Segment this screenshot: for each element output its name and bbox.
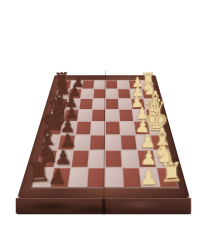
- board-cell: [106, 80, 117, 88]
- light-pawn-piece: ♟: [138, 167, 157, 188]
- board-cell: [106, 122, 120, 135]
- board-cell: ♟: [51, 168, 71, 187]
- board-cell: [118, 80, 130, 88]
- board-cell: [106, 151, 122, 167]
- light-rook-piece: ♜: [158, 160, 184, 187]
- board-cell: ♟: [140, 168, 159, 187]
- board-cell: [78, 110, 92, 121]
- chess-scene: ♜♟♟♜♞♟♟♞♝♟♟♝♛♟♟♛♚♟♟♚♝♟♟♝♞♟♟♞♜♟♟♜: [0, 0, 206, 240]
- board-cell: [106, 99, 118, 109]
- board-cell: [121, 135, 137, 149]
- board-cell: [106, 110, 119, 121]
- board-cell: [79, 99, 92, 109]
- board-cell: [106, 168, 123, 187]
- board-cell: [119, 110, 133, 121]
- board-cell: [120, 122, 135, 135]
- board-cell: [122, 151, 139, 167]
- board-cell: [81, 89, 93, 98]
- board-cell: [118, 89, 130, 98]
- chess-board: ♜♟♟♜♞♟♟♞♝♟♟♝♛♟♟♛♚♟♟♚♝♟♟♝♞♟♟♞♜♟♟♜: [17, 75, 190, 198]
- product-photo: ♜♟♟♜♞♟♟♞♝♟♟♝♛♟♟♛♚♟♟♚♝♟♟♝♞♟♟♞♜♟♟♜: [0, 0, 206, 240]
- board-cell: [69, 168, 87, 187]
- dark-pawn-piece: ♟: [47, 167, 67, 188]
- board-cell: [72, 151, 89, 167]
- board-cell: [76, 122, 91, 135]
- board-cell: ♜: [157, 168, 178, 187]
- board-cell: [106, 89, 118, 98]
- board-cell: [106, 135, 121, 149]
